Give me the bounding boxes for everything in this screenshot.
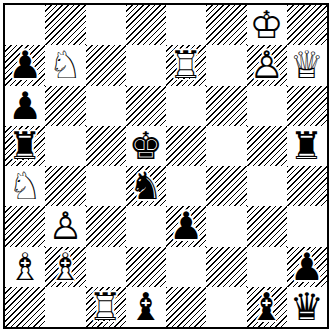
square-e2[interactable] (166, 247, 206, 287)
square-h1[interactable]: ♛♛ (287, 287, 327, 327)
piece-halo: ♞ (45, 45, 85, 85)
piece-white-queen: ♕ (287, 45, 327, 85)
square-g1[interactable]: ♝♝ (247, 287, 287, 327)
square-d5[interactable]: ♚♚ (126, 126, 166, 166)
square-e5[interactable] (166, 126, 206, 166)
square-e1[interactable] (166, 287, 206, 327)
square-b5[interactable] (45, 126, 85, 166)
piece-black-pawn: ♟ (166, 206, 206, 246)
piece-halo: ♛ (287, 45, 327, 85)
piece-black-pawn: ♟ (287, 247, 327, 287)
piece-halo: ♟ (45, 206, 85, 246)
square-g8[interactable]: ♚♔ (247, 5, 287, 45)
piece-white-knight: ♘ (5, 166, 45, 206)
square-b3[interactable]: ♟♙ (45, 206, 85, 246)
square-d6[interactable] (126, 86, 166, 126)
piece-white-rook: ♖ (166, 45, 206, 85)
piece-halo: ♝ (247, 287, 287, 327)
square-c6[interactable] (86, 86, 126, 126)
square-d1[interactable]: ♝♝ (126, 287, 166, 327)
square-g4[interactable] (247, 166, 287, 206)
square-b4[interactable] (45, 166, 85, 206)
square-f2[interactable] (206, 247, 246, 287)
piece-white-rook: ♖ (86, 287, 126, 327)
piece-halo: ♚ (247, 5, 287, 45)
piece-halo: ♟ (5, 45, 45, 85)
square-b2[interactable]: ♝♗ (45, 247, 85, 287)
square-e4[interactable] (166, 166, 206, 206)
square-a5[interactable]: ♜♜ (5, 126, 45, 166)
square-g7[interactable]: ♟♙ (247, 45, 287, 85)
square-c5[interactable] (86, 126, 126, 166)
square-c2[interactable] (86, 247, 126, 287)
piece-halo: ♜ (287, 126, 327, 166)
piece-black-pawn: ♟ (5, 45, 45, 85)
piece-halo: ♜ (5, 126, 45, 166)
piece-halo: ♟ (247, 45, 287, 85)
square-a8[interactable] (5, 5, 45, 45)
piece-white-pawn: ♙ (45, 206, 85, 246)
square-h2[interactable]: ♟♟ (287, 247, 327, 287)
square-f4[interactable] (206, 166, 246, 206)
square-f5[interactable] (206, 126, 246, 166)
square-d4[interactable]: ♞♞ (126, 166, 166, 206)
piece-halo: ♟ (287, 247, 327, 287)
square-h8[interactable] (287, 5, 327, 45)
square-b1[interactable] (45, 287, 85, 327)
square-c3[interactable] (86, 206, 126, 246)
square-g3[interactable] (247, 206, 287, 246)
square-f7[interactable] (206, 45, 246, 85)
piece-halo: ♞ (126, 166, 166, 206)
square-g6[interactable] (247, 86, 287, 126)
square-e3[interactable]: ♟♟ (166, 206, 206, 246)
piece-white-knight: ♘ (45, 45, 85, 85)
piece-black-bishop: ♝ (247, 287, 287, 327)
square-h7[interactable]: ♛♕ (287, 45, 327, 85)
square-a6[interactable]: ♟♟ (5, 86, 45, 126)
square-f6[interactable] (206, 86, 246, 126)
square-a7[interactable]: ♟♟ (5, 45, 45, 85)
piece-halo: ♟ (5, 86, 45, 126)
square-f3[interactable] (206, 206, 246, 246)
square-e6[interactable] (166, 86, 206, 126)
piece-halo: ♝ (5, 247, 45, 287)
piece-black-bishop: ♝ (126, 287, 166, 327)
square-a3[interactable] (5, 206, 45, 246)
square-d8[interactable] (126, 5, 166, 45)
square-a1[interactable] (5, 287, 45, 327)
piece-halo: ♝ (45, 247, 85, 287)
square-f1[interactable] (206, 287, 246, 327)
piece-black-queen: ♛ (287, 287, 327, 327)
square-d7[interactable] (126, 45, 166, 85)
chess-diagram: ♚♔♟♟♞♘♜♖♟♙♛♕♟♟♜♜♚♚♜♜♞♘♞♞♟♙♟♟♝♗♝♗♟♟♜♖♝♝♝♝… (0, 0, 332, 332)
piece-black-rook: ♜ (5, 126, 45, 166)
square-b6[interactable] (45, 86, 85, 126)
piece-halo: ♟ (166, 206, 206, 246)
square-b8[interactable] (45, 5, 85, 45)
square-c1[interactable]: ♜♖ (86, 287, 126, 327)
square-f8[interactable] (206, 5, 246, 45)
square-c7[interactable] (86, 45, 126, 85)
piece-halo: ♚ (126, 126, 166, 166)
piece-halo: ♝ (126, 287, 166, 327)
square-b7[interactable]: ♞♘ (45, 45, 85, 85)
piece-halo: ♜ (86, 287, 126, 327)
square-a4[interactable]: ♞♘ (5, 166, 45, 206)
piece-white-king: ♔ (247, 5, 287, 45)
square-g2[interactable] (247, 247, 287, 287)
chess-board: ♚♔♟♟♞♘♜♖♟♙♛♕♟♟♜♜♚♚♜♜♞♘♞♞♟♙♟♟♝♗♝♗♟♟♜♖♝♝♝♝… (5, 5, 327, 327)
square-e7[interactable]: ♜♖ (166, 45, 206, 85)
square-h4[interactable] (287, 166, 327, 206)
square-a2[interactable]: ♝♗ (5, 247, 45, 287)
piece-white-bishop: ♗ (45, 247, 85, 287)
board-frame: ♚♔♟♟♞♘♜♖♟♙♛♕♟♟♜♜♚♚♜♜♞♘♞♞♟♙♟♟♝♗♝♗♟♟♜♖♝♝♝♝… (3, 3, 329, 329)
square-h6[interactable] (287, 86, 327, 126)
piece-black-knight: ♞ (126, 166, 166, 206)
square-e8[interactable] (166, 5, 206, 45)
square-d3[interactable] (126, 206, 166, 246)
square-g5[interactable] (247, 126, 287, 166)
square-c8[interactable] (86, 5, 126, 45)
piece-halo: ♜ (166, 45, 206, 85)
square-d2[interactable] (126, 247, 166, 287)
piece-halo: ♛ (287, 287, 327, 327)
piece-halo: ♞ (5, 166, 45, 206)
piece-black-king: ♚ (126, 126, 166, 166)
square-h5[interactable]: ♜♜ (287, 126, 327, 166)
square-h3[interactable] (287, 206, 327, 246)
piece-black-pawn: ♟ (5, 86, 45, 126)
square-c4[interactable] (86, 166, 126, 206)
piece-black-rook: ♜ (287, 126, 327, 166)
piece-white-pawn: ♙ (247, 45, 287, 85)
piece-white-bishop: ♗ (5, 247, 45, 287)
